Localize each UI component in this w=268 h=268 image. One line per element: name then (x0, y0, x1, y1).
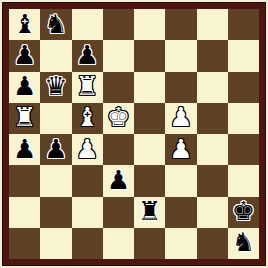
square-b2[interactable] (40, 197, 71, 228)
square-h6[interactable] (228, 72, 259, 103)
piece-black-pawn[interactable]: ♟ (75, 42, 98, 68)
square-d1[interactable] (103, 228, 134, 259)
square-c3[interactable] (72, 165, 103, 196)
piece-black-pawn[interactable]: ♟ (107, 167, 130, 193)
square-h1[interactable]: ♞ (228, 228, 259, 259)
square-c1[interactable] (72, 228, 103, 259)
square-c4[interactable]: ♟ (72, 134, 103, 165)
square-f6[interactable] (165, 72, 196, 103)
piece-black-pawn[interactable]: ♟ (44, 136, 67, 162)
square-g6[interactable] (197, 72, 228, 103)
piece-white-pawn[interactable]: ♟ (169, 104, 192, 130)
piece-white-rook[interactable]: ♜ (13, 104, 36, 130)
piece-black-rook[interactable]: ♜ (138, 198, 161, 224)
piece-black-queen[interactable]: ♛ (44, 73, 67, 99)
square-c7[interactable]: ♟ (72, 40, 103, 71)
chess-board: ♝♞♟♟♟♛♜♜♝♚♟♟♟♟♟♟♜♚♞ (9, 9, 259, 259)
square-b8[interactable]: ♞ (40, 9, 71, 40)
square-a7[interactable]: ♟ (9, 40, 40, 71)
square-e3[interactable] (134, 165, 165, 196)
square-f5[interactable]: ♟ (165, 103, 196, 134)
square-d7[interactable] (103, 40, 134, 71)
square-f3[interactable] (165, 165, 196, 196)
square-a4[interactable]: ♟ (9, 134, 40, 165)
piece-black-king[interactable]: ♚ (232, 198, 255, 224)
square-a2[interactable] (9, 197, 40, 228)
square-h7[interactable] (228, 40, 259, 71)
square-a5[interactable]: ♜ (9, 103, 40, 134)
square-c2[interactable] (72, 197, 103, 228)
square-h4[interactable] (228, 134, 259, 165)
square-g1[interactable] (197, 228, 228, 259)
square-a8[interactable]: ♝ (9, 9, 40, 40)
piece-white-rook[interactable]: ♜ (75, 73, 98, 99)
piece-white-bishop[interactable]: ♝ (75, 104, 98, 130)
piece-white-king[interactable]: ♚ (107, 104, 130, 130)
square-e4[interactable] (134, 134, 165, 165)
piece-white-pawn[interactable]: ♟ (75, 136, 98, 162)
square-d8[interactable] (103, 9, 134, 40)
square-g5[interactable] (197, 103, 228, 134)
square-e6[interactable] (134, 72, 165, 103)
square-b5[interactable] (40, 103, 71, 134)
square-d3[interactable]: ♟ (103, 165, 134, 196)
piece-black-pawn[interactable]: ♟ (13, 42, 36, 68)
board-frame: ♝♞♟♟♟♛♜♜♝♚♟♟♟♟♟♟♜♚♞ (2, 2, 266, 266)
square-b7[interactable] (40, 40, 71, 71)
square-b1[interactable] (40, 228, 71, 259)
square-f7[interactable] (165, 40, 196, 71)
square-h5[interactable] (228, 103, 259, 134)
piece-black-knight[interactable]: ♞ (232, 229, 255, 255)
square-g2[interactable] (197, 197, 228, 228)
piece-black-bishop[interactable]: ♝ (13, 11, 36, 37)
square-h3[interactable] (228, 165, 259, 196)
square-d2[interactable] (103, 197, 134, 228)
square-e5[interactable] (134, 103, 165, 134)
square-b6[interactable]: ♛ (40, 72, 71, 103)
square-e1[interactable] (134, 228, 165, 259)
square-f4[interactable]: ♟ (165, 134, 196, 165)
square-e2[interactable]: ♜ (134, 197, 165, 228)
square-d6[interactable] (103, 72, 134, 103)
square-b3[interactable] (40, 165, 71, 196)
square-c5[interactable]: ♝ (72, 103, 103, 134)
square-c6[interactable]: ♜ (72, 72, 103, 103)
piece-white-pawn[interactable]: ♟ (169, 136, 192, 162)
square-f8[interactable] (165, 9, 196, 40)
square-h8[interactable] (228, 9, 259, 40)
piece-black-pawn[interactable]: ♟ (13, 73, 36, 99)
square-g4[interactable] (197, 134, 228, 165)
square-c8[interactable] (72, 9, 103, 40)
square-f1[interactable] (165, 228, 196, 259)
square-a6[interactable]: ♟ (9, 72, 40, 103)
square-g8[interactable] (197, 9, 228, 40)
square-a3[interactable] (9, 165, 40, 196)
square-e7[interactable] (134, 40, 165, 71)
square-g3[interactable] (197, 165, 228, 196)
piece-black-pawn[interactable]: ♟ (13, 136, 36, 162)
square-g7[interactable] (197, 40, 228, 71)
square-b4[interactable]: ♟ (40, 134, 71, 165)
square-f2[interactable] (165, 197, 196, 228)
square-d5[interactable]: ♚ (103, 103, 134, 134)
square-d4[interactable] (103, 134, 134, 165)
square-h2[interactable]: ♚ (228, 197, 259, 228)
square-e8[interactable] (134, 9, 165, 40)
piece-black-knight[interactable]: ♞ (44, 11, 67, 37)
square-a1[interactable] (9, 228, 40, 259)
